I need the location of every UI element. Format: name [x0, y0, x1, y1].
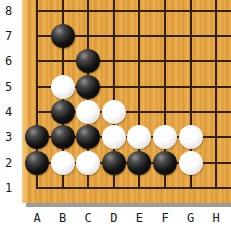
stone-white-G2[interactable]	[179, 151, 203, 175]
row-label-7: 7	[0, 29, 17, 43]
row-label-2: 2	[0, 156, 17, 170]
grid-line-col-H	[215, 0, 217, 189]
stone-black-A3[interactable]	[25, 125, 49, 149]
col-label-B: B	[53, 211, 73, 225]
go-diagram: 12345678ABCDEFGH	[0, 0, 231, 234]
stone-white-B2[interactable]	[51, 151, 75, 175]
stone-black-E2[interactable]	[127, 151, 151, 175]
stone-black-C5[interactable]	[76, 75, 100, 99]
goban[interactable]	[22, 0, 231, 203]
stone-black-D2[interactable]	[102, 151, 126, 175]
row-label-3: 3	[0, 130, 17, 144]
row-label-4: 4	[0, 105, 17, 119]
stone-black-C3[interactable]	[76, 125, 100, 149]
col-label-A: A	[27, 211, 47, 225]
col-label-D: D	[104, 211, 124, 225]
col-label-E: E	[129, 211, 149, 225]
stone-white-B5[interactable]	[51, 75, 75, 99]
grid-line-row-1	[36, 187, 231, 189]
stone-white-D4[interactable]	[102, 100, 126, 124]
grid-line-row-6	[36, 60, 231, 62]
row-label-8: 8	[0, 4, 17, 18]
stone-black-B4[interactable]	[51, 100, 75, 124]
board-left-edge-highlight	[22, 0, 28, 203]
stone-black-B3[interactable]	[51, 125, 75, 149]
stone-white-C4[interactable]	[76, 100, 100, 124]
stone-white-D3[interactable]	[102, 125, 126, 149]
row-label-5: 5	[0, 80, 17, 94]
stone-white-C2[interactable]	[76, 151, 100, 175]
stone-white-F3[interactable]	[153, 125, 177, 149]
row-label-1: 1	[0, 181, 17, 195]
col-label-G: G	[181, 211, 201, 225]
stone-white-E3[interactable]	[127, 125, 151, 149]
col-label-F: F	[155, 211, 175, 225]
col-label-H: H	[206, 211, 226, 225]
grid-line-row-8	[36, 10, 231, 12]
board-drop-shadow	[26, 203, 231, 207]
stone-white-G3[interactable]	[179, 125, 203, 149]
stone-black-A2[interactable]	[25, 151, 49, 175]
stone-black-C6[interactable]	[76, 49, 100, 73]
col-label-C: C	[78, 211, 98, 225]
stone-black-F2[interactable]	[153, 151, 177, 175]
row-label-6: 6	[0, 54, 17, 68]
stone-black-B7[interactable]	[51, 24, 75, 48]
